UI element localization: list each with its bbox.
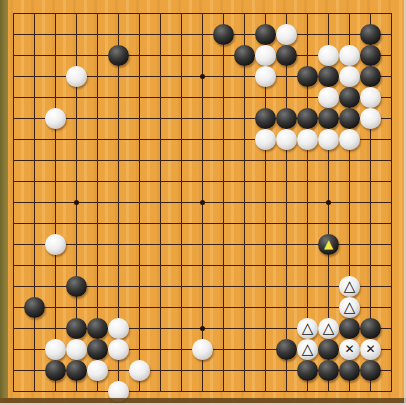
board-intersection-C6[interactable]	[45, 276, 66, 297]
board-intersection-O9[interactable]	[276, 213, 297, 234]
board-intersection-E16[interactable]	[87, 66, 108, 87]
board-intersection-P10[interactable]	[297, 192, 318, 213]
board-intersection-S3[interactable]: ✕	[360, 339, 381, 360]
board-intersection-J5[interactable]	[171, 297, 192, 318]
board-intersection-B18[interactable]	[24, 24, 45, 45]
board-intersection-G6[interactable]	[129, 276, 150, 297]
board-intersection-D12[interactable]	[66, 150, 87, 171]
board-intersection-P19[interactable]	[297, 3, 318, 24]
board-intersection-K12[interactable]	[192, 150, 213, 171]
board-intersection-J3[interactable]	[171, 339, 192, 360]
board-intersection-F18[interactable]	[108, 24, 129, 45]
board-intersection-Q19[interactable]	[318, 3, 339, 24]
board-intersection-K9[interactable]	[192, 213, 213, 234]
board-intersection-B14[interactable]	[24, 108, 45, 129]
board-intersection-B10[interactable]	[24, 192, 45, 213]
board-intersection-T17[interactable]	[381, 45, 402, 66]
board-intersection-L15[interactable]	[213, 87, 234, 108]
board-intersection-E10[interactable]	[87, 192, 108, 213]
board-intersection-R4[interactable]	[339, 318, 360, 339]
board-intersection-N6[interactable]	[255, 276, 276, 297]
board-intersection-M16[interactable]	[234, 66, 255, 87]
board-intersection-C3[interactable]	[45, 339, 66, 360]
board-intersection-L11[interactable]	[213, 171, 234, 192]
board-intersection-H7[interactable]	[150, 255, 171, 276]
board-intersection-E12[interactable]	[87, 150, 108, 171]
board-intersection-B16[interactable]	[24, 66, 45, 87]
board-intersection-F10[interactable]	[108, 192, 129, 213]
board-intersection-T19[interactable]	[381, 3, 402, 24]
board-intersection-S12[interactable]	[360, 150, 381, 171]
board-intersection-F13[interactable]	[108, 129, 129, 150]
board-intersection-B2[interactable]	[24, 360, 45, 381]
board-intersection-H15[interactable]	[150, 87, 171, 108]
board-intersection-M3[interactable]	[234, 339, 255, 360]
board-intersection-Q8[interactable]: ▲	[318, 234, 339, 255]
board-intersection-R11[interactable]	[339, 171, 360, 192]
board-intersection-R12[interactable]	[339, 150, 360, 171]
board-intersection-S10[interactable]	[360, 192, 381, 213]
board-intersection-C19[interactable]	[45, 3, 66, 24]
board-intersection-N16[interactable]	[255, 66, 276, 87]
board-intersection-L8[interactable]	[213, 234, 234, 255]
board-intersection-D18[interactable]	[66, 24, 87, 45]
board-intersection-S18[interactable]	[360, 24, 381, 45]
board-intersection-Q14[interactable]	[318, 108, 339, 129]
board-intersection-R7[interactable]	[339, 255, 360, 276]
board-intersection-G5[interactable]	[129, 297, 150, 318]
board-intersection-B3[interactable]	[24, 339, 45, 360]
board-intersection-S19[interactable]	[360, 3, 381, 24]
board-intersection-M11[interactable]	[234, 171, 255, 192]
board-intersection-R16[interactable]	[339, 66, 360, 87]
board-intersection-P3[interactable]: △	[297, 339, 318, 360]
board-intersection-B7[interactable]	[24, 255, 45, 276]
board-intersection-R14[interactable]	[339, 108, 360, 129]
board-intersection-J2[interactable]	[171, 360, 192, 381]
board-intersection-K6[interactable]	[192, 276, 213, 297]
board-intersection-T7[interactable]	[381, 255, 402, 276]
board-intersection-T4[interactable]	[381, 318, 402, 339]
board-intersection-N19[interactable]	[255, 3, 276, 24]
board-intersection-P4[interactable]: △	[297, 318, 318, 339]
board-intersection-K18[interactable]	[192, 24, 213, 45]
board-intersection-C4[interactable]	[45, 318, 66, 339]
board-intersection-D5[interactable]	[66, 297, 87, 318]
board-intersection-B8[interactable]	[24, 234, 45, 255]
board-intersection-H17[interactable]	[150, 45, 171, 66]
board-intersection-G10[interactable]	[129, 192, 150, 213]
board-intersection-Q9[interactable]	[318, 213, 339, 234]
board-intersection-D17[interactable]	[66, 45, 87, 66]
board-intersection-M4[interactable]	[234, 318, 255, 339]
board-intersection-F12[interactable]	[108, 150, 129, 171]
board-intersection-Q4[interactable]: △	[318, 318, 339, 339]
board-intersection-F14[interactable]	[108, 108, 129, 129]
board-intersection-R18[interactable]	[339, 24, 360, 45]
board-intersection-P8[interactable]	[297, 234, 318, 255]
board-intersection-R3[interactable]: ✕	[339, 339, 360, 360]
board-intersection-E7[interactable]	[87, 255, 108, 276]
board-intersection-O4[interactable]	[276, 318, 297, 339]
board-intersection-C17[interactable]	[45, 45, 66, 66]
board-intersection-S7[interactable]	[360, 255, 381, 276]
board-intersection-L12[interactable]	[213, 150, 234, 171]
board-intersection-H13[interactable]	[150, 129, 171, 150]
board-intersection-O14[interactable]	[276, 108, 297, 129]
board-intersection-F3[interactable]	[108, 339, 129, 360]
board-intersection-Q5[interactable]	[318, 297, 339, 318]
board-intersection-T14[interactable]	[381, 108, 402, 129]
board-intersection-O11[interactable]	[276, 171, 297, 192]
board-intersection-H10[interactable]	[150, 192, 171, 213]
board-intersection-M2[interactable]	[234, 360, 255, 381]
board-intersection-C14[interactable]	[45, 108, 66, 129]
board-intersection-G13[interactable]	[129, 129, 150, 150]
board-intersection-H5[interactable]	[150, 297, 171, 318]
board-intersection-Q15[interactable]	[318, 87, 339, 108]
board-intersection-D19[interactable]	[66, 3, 87, 24]
board-intersection-K3[interactable]	[192, 339, 213, 360]
board-intersection-P16[interactable]	[297, 66, 318, 87]
board-intersection-O12[interactable]	[276, 150, 297, 171]
board-intersection-S13[interactable]	[360, 129, 381, 150]
board-intersection-N9[interactable]	[255, 213, 276, 234]
board-intersection-C5[interactable]	[45, 297, 66, 318]
board-intersection-J7[interactable]	[171, 255, 192, 276]
board-intersection-J8[interactable]	[171, 234, 192, 255]
board-intersection-H4[interactable]	[150, 318, 171, 339]
board-intersection-B5[interactable]	[24, 297, 45, 318]
board-intersection-E9[interactable]	[87, 213, 108, 234]
board-intersection-H11[interactable]	[150, 171, 171, 192]
board-intersection-L14[interactable]	[213, 108, 234, 129]
board-intersection-S11[interactable]	[360, 171, 381, 192]
board-intersection-G11[interactable]	[129, 171, 150, 192]
board-intersection-O8[interactable]	[276, 234, 297, 255]
board-intersection-L10[interactable]	[213, 192, 234, 213]
board-intersection-Q13[interactable]	[318, 129, 339, 150]
board-intersection-G17[interactable]	[129, 45, 150, 66]
board-intersection-M13[interactable]	[234, 129, 255, 150]
board-intersection-E2[interactable]	[87, 360, 108, 381]
board-intersection-M18[interactable]	[234, 24, 255, 45]
board-intersection-K16[interactable]	[192, 66, 213, 87]
board-intersection-D3[interactable]	[66, 339, 87, 360]
board-intersection-B13[interactable]	[24, 129, 45, 150]
board-intersection-E13[interactable]	[87, 129, 108, 150]
board-intersection-T5[interactable]	[381, 297, 402, 318]
board-intersection-K8[interactable]	[192, 234, 213, 255]
board-intersection-T12[interactable]	[381, 150, 402, 171]
board-intersection-G4[interactable]	[129, 318, 150, 339]
board-intersection-R9[interactable]	[339, 213, 360, 234]
board-intersection-C16[interactable]	[45, 66, 66, 87]
board-intersection-P5[interactable]	[297, 297, 318, 318]
board-intersection-B6[interactable]	[24, 276, 45, 297]
board-intersection-D14[interactable]	[66, 108, 87, 129]
board-intersection-T3[interactable]	[381, 339, 402, 360]
board-intersection-M7[interactable]	[234, 255, 255, 276]
board-intersection-C9[interactable]	[45, 213, 66, 234]
board-intersection-J6[interactable]	[171, 276, 192, 297]
board-intersection-L3[interactable]	[213, 339, 234, 360]
board-intersection-H14[interactable]	[150, 108, 171, 129]
board-intersection-Q12[interactable]	[318, 150, 339, 171]
board-intersection-M5[interactable]	[234, 297, 255, 318]
board-intersection-P9[interactable]	[297, 213, 318, 234]
board-intersection-G7[interactable]	[129, 255, 150, 276]
board-intersection-S8[interactable]	[360, 234, 381, 255]
board-intersection-L13[interactable]	[213, 129, 234, 150]
board-intersection-R13[interactable]	[339, 129, 360, 150]
board-intersection-E4[interactable]	[87, 318, 108, 339]
board-intersection-B11[interactable]	[24, 171, 45, 192]
board-intersection-P2[interactable]	[297, 360, 318, 381]
board-intersection-L19[interactable]	[213, 3, 234, 24]
board-intersection-K19[interactable]	[192, 3, 213, 24]
board-intersection-E17[interactable]	[87, 45, 108, 66]
board-intersection-L2[interactable]	[213, 360, 234, 381]
board-intersection-Q17[interactable]	[318, 45, 339, 66]
board-intersection-L17[interactable]	[213, 45, 234, 66]
board-intersection-O7[interactable]	[276, 255, 297, 276]
board-intersection-B17[interactable]	[24, 45, 45, 66]
board-intersection-E8[interactable]	[87, 234, 108, 255]
board-intersection-G2[interactable]	[129, 360, 150, 381]
board-intersection-K11[interactable]	[192, 171, 213, 192]
board-intersection-T8[interactable]	[381, 234, 402, 255]
board-intersection-T9[interactable]	[381, 213, 402, 234]
board-intersection-J14[interactable]	[171, 108, 192, 129]
board-intersection-T6[interactable]	[381, 276, 402, 297]
board-intersection-L16[interactable]	[213, 66, 234, 87]
board-intersection-N3[interactable]	[255, 339, 276, 360]
board-intersection-H12[interactable]	[150, 150, 171, 171]
board-intersection-S17[interactable]	[360, 45, 381, 66]
board-intersection-M19[interactable]	[234, 3, 255, 24]
board-intersection-M17[interactable]	[234, 45, 255, 66]
board-intersection-G12[interactable]	[129, 150, 150, 171]
board-intersection-L6[interactable]	[213, 276, 234, 297]
board-intersection-M15[interactable]	[234, 87, 255, 108]
board-intersection-E18[interactable]	[87, 24, 108, 45]
board-intersection-N17[interactable]	[255, 45, 276, 66]
board-intersection-L5[interactable]	[213, 297, 234, 318]
board-intersection-C2[interactable]	[45, 360, 66, 381]
board-intersection-M14[interactable]	[234, 108, 255, 129]
board-intersection-N10[interactable]	[255, 192, 276, 213]
board-intersection-J9[interactable]	[171, 213, 192, 234]
board-intersection-F9[interactable]	[108, 213, 129, 234]
board-intersection-G19[interactable]	[129, 3, 150, 24]
board-intersection-G8[interactable]	[129, 234, 150, 255]
board-intersection-J4[interactable]	[171, 318, 192, 339]
board-intersection-J18[interactable]	[171, 24, 192, 45]
board-intersection-C10[interactable]	[45, 192, 66, 213]
board-intersection-H2[interactable]	[150, 360, 171, 381]
board-intersection-P13[interactable]	[297, 129, 318, 150]
board-intersection-F19[interactable]	[108, 3, 129, 24]
board-intersection-D9[interactable]	[66, 213, 87, 234]
board-intersection-P15[interactable]	[297, 87, 318, 108]
board-intersection-O5[interactable]	[276, 297, 297, 318]
board-intersection-B15[interactable]	[24, 87, 45, 108]
board-intersection-Q18[interactable]	[318, 24, 339, 45]
board-intersection-J16[interactable]	[171, 66, 192, 87]
board-intersection-T2[interactable]	[381, 360, 402, 381]
board-intersection-J13[interactable]	[171, 129, 192, 150]
board-intersection-N18[interactable]	[255, 24, 276, 45]
board-intersection-K2[interactable]	[192, 360, 213, 381]
board-intersection-O6[interactable]	[276, 276, 297, 297]
board-intersection-P6[interactable]	[297, 276, 318, 297]
board-intersection-B4[interactable]	[24, 318, 45, 339]
board-intersection-O16[interactable]	[276, 66, 297, 87]
board-intersection-T13[interactable]	[381, 129, 402, 150]
board-intersection-J10[interactable]	[171, 192, 192, 213]
board-intersection-O2[interactable]	[276, 360, 297, 381]
board-intersection-Q2[interactable]	[318, 360, 339, 381]
board-intersection-S14[interactable]	[360, 108, 381, 129]
board-intersection-K7[interactable]	[192, 255, 213, 276]
board-intersection-N4[interactable]	[255, 318, 276, 339]
board-intersection-O10[interactable]	[276, 192, 297, 213]
board-intersection-G9[interactable]	[129, 213, 150, 234]
board-intersection-D8[interactable]	[66, 234, 87, 255]
board-intersection-Q7[interactable]	[318, 255, 339, 276]
board-intersection-H19[interactable]	[150, 3, 171, 24]
board-intersection-R10[interactable]	[339, 192, 360, 213]
board-intersection-M12[interactable]	[234, 150, 255, 171]
board-intersection-S9[interactable]	[360, 213, 381, 234]
board-intersection-O3[interactable]	[276, 339, 297, 360]
board-intersection-T18[interactable]	[381, 24, 402, 45]
board-intersection-E5[interactable]	[87, 297, 108, 318]
board-intersection-S16[interactable]	[360, 66, 381, 87]
board-intersection-G15[interactable]	[129, 87, 150, 108]
board-intersection-D15[interactable]	[66, 87, 87, 108]
board-intersection-E11[interactable]	[87, 171, 108, 192]
board-intersection-E6[interactable]	[87, 276, 108, 297]
board-intersection-R8[interactable]	[339, 234, 360, 255]
board-intersection-D13[interactable]	[66, 129, 87, 150]
board-intersection-G3[interactable]	[129, 339, 150, 360]
board-intersection-K5[interactable]	[192, 297, 213, 318]
board-intersection-O19[interactable]	[276, 3, 297, 24]
board-intersection-P18[interactable]	[297, 24, 318, 45]
board-intersection-H8[interactable]	[150, 234, 171, 255]
board-intersection-L18[interactable]	[213, 24, 234, 45]
board-intersection-M6[interactable]	[234, 276, 255, 297]
board-intersection-M9[interactable]	[234, 213, 255, 234]
board-intersection-F16[interactable]	[108, 66, 129, 87]
board-intersection-S15[interactable]	[360, 87, 381, 108]
board-intersection-M8[interactable]	[234, 234, 255, 255]
board-intersection-R15[interactable]	[339, 87, 360, 108]
board-intersection-O15[interactable]	[276, 87, 297, 108]
board-intersection-S5[interactable]	[360, 297, 381, 318]
board-intersection-N7[interactable]	[255, 255, 276, 276]
board-intersection-D6[interactable]	[66, 276, 87, 297]
board-intersection-D7[interactable]	[66, 255, 87, 276]
board-intersection-J12[interactable]	[171, 150, 192, 171]
board-intersection-T16[interactable]	[381, 66, 402, 87]
board-intersection-N11[interactable]	[255, 171, 276, 192]
board-intersection-T11[interactable]	[381, 171, 402, 192]
board-intersection-B12[interactable]	[24, 150, 45, 171]
board-intersection-Q6[interactable]	[318, 276, 339, 297]
board-intersection-D11[interactable]	[66, 171, 87, 192]
board-intersection-K15[interactable]	[192, 87, 213, 108]
board-intersection-C12[interactable]	[45, 150, 66, 171]
board-intersection-P11[interactable]	[297, 171, 318, 192]
board-intersection-L7[interactable]	[213, 255, 234, 276]
board-intersection-R17[interactable]	[339, 45, 360, 66]
board-intersection-C8[interactable]	[45, 234, 66, 255]
board-intersection-J19[interactable]	[171, 3, 192, 24]
board-intersection-H9[interactable]	[150, 213, 171, 234]
board-intersection-K10[interactable]	[192, 192, 213, 213]
board-intersection-J11[interactable]	[171, 171, 192, 192]
board-intersection-P12[interactable]	[297, 150, 318, 171]
board-intersection-C13[interactable]	[45, 129, 66, 150]
board-intersection-F4[interactable]	[108, 318, 129, 339]
board-intersection-S6[interactable]	[360, 276, 381, 297]
board-intersection-J17[interactable]	[171, 45, 192, 66]
board-intersection-P14[interactable]	[297, 108, 318, 129]
board-intersection-F17[interactable]	[108, 45, 129, 66]
board-intersection-C18[interactable]	[45, 24, 66, 45]
board-intersection-N13[interactable]	[255, 129, 276, 150]
board-intersection-C11[interactable]	[45, 171, 66, 192]
board-intersection-N15[interactable]	[255, 87, 276, 108]
board-intersection-Q3[interactable]	[318, 339, 339, 360]
board-intersection-K13[interactable]	[192, 129, 213, 150]
board-intersection-O18[interactable]	[276, 24, 297, 45]
board-intersection-R19[interactable]	[339, 3, 360, 24]
board-intersection-D2[interactable]	[66, 360, 87, 381]
board-intersection-R5[interactable]: △	[339, 297, 360, 318]
board-intersection-J15[interactable]	[171, 87, 192, 108]
board-intersection-L9[interactable]	[213, 213, 234, 234]
board-intersection-P7[interactable]	[297, 255, 318, 276]
board-intersection-E19[interactable]	[87, 3, 108, 24]
board-intersection-F15[interactable]	[108, 87, 129, 108]
board-intersection-B19[interactable]	[24, 3, 45, 24]
board-intersection-K17[interactable]	[192, 45, 213, 66]
board-intersection-D4[interactable]	[66, 318, 87, 339]
board-intersection-K14[interactable]	[192, 108, 213, 129]
board-intersection-C15[interactable]	[45, 87, 66, 108]
board-intersection-N12[interactable]	[255, 150, 276, 171]
board-intersection-D16[interactable]	[66, 66, 87, 87]
board-intersection-S4[interactable]	[360, 318, 381, 339]
board-intersection-G16[interactable]	[129, 66, 150, 87]
board-intersection-K4[interactable]	[192, 318, 213, 339]
board-intersection-F6[interactable]	[108, 276, 129, 297]
board-intersection-F2[interactable]	[108, 360, 129, 381]
board-intersection-C7[interactable]	[45, 255, 66, 276]
board-intersection-N14[interactable]	[255, 108, 276, 129]
board-intersection-R6[interactable]: △	[339, 276, 360, 297]
board-intersection-O17[interactable]	[276, 45, 297, 66]
board-intersection-F8[interactable]	[108, 234, 129, 255]
board-intersection-E3[interactable]	[87, 339, 108, 360]
board-intersection-F11[interactable]	[108, 171, 129, 192]
board-intersection-O13[interactable]	[276, 129, 297, 150]
board-intersection-H16[interactable]	[150, 66, 171, 87]
